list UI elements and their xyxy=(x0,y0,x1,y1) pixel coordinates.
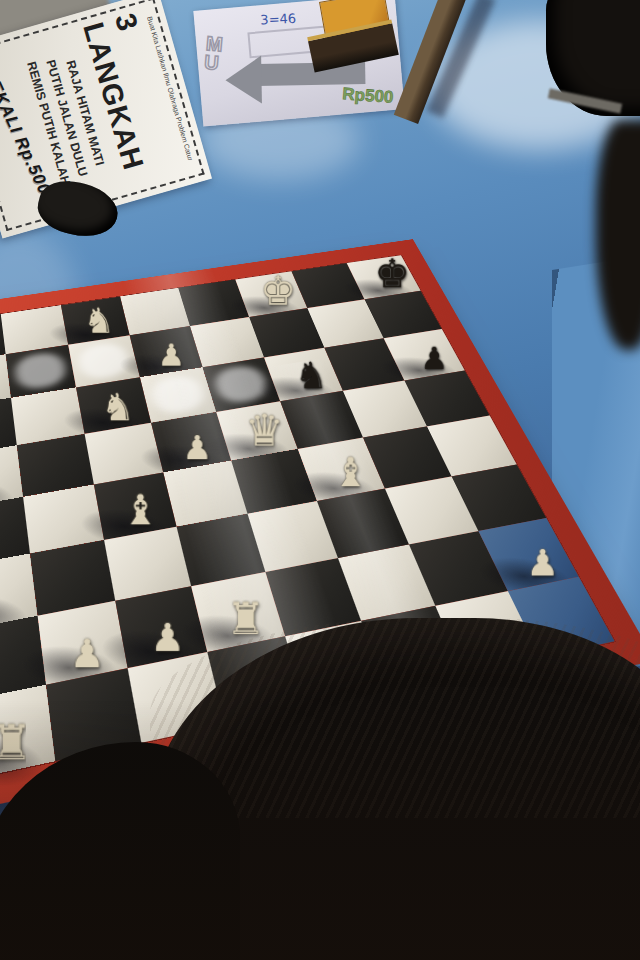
white-pawn-a5: ♟ xyxy=(0,467,2,501)
white-pawn-a3: ♟ xyxy=(0,583,15,621)
paper-price-text: Rp500 xyxy=(342,84,394,108)
white-pawn-c2: ♟ xyxy=(150,619,185,658)
square-d5: ♟ xyxy=(151,412,231,472)
square-b4 xyxy=(23,485,104,554)
white-pawn-d5: ♟ xyxy=(182,431,212,464)
square-f5 xyxy=(280,391,363,449)
white-queen-e5: ♛ xyxy=(244,409,283,453)
square-c6: ♞ xyxy=(76,377,151,434)
spectator-shoulder xyxy=(0,742,240,960)
left-arrow-icon xyxy=(257,62,365,86)
black-king-h8: ♚ xyxy=(374,254,409,293)
white-rook-d2: ♜ xyxy=(226,597,265,641)
left-arrow-icon xyxy=(225,56,262,105)
white-knight-c6: ♞ xyxy=(101,389,135,427)
square-c4: ♝ xyxy=(94,472,177,540)
white-pawn-d7: ♟ xyxy=(157,340,184,370)
white-pawn-h2: ♟ xyxy=(526,545,559,581)
white-knight-c8: ♞ xyxy=(83,303,114,338)
black-knight-f6: ♞ xyxy=(295,357,328,394)
square-b5 xyxy=(17,434,94,497)
square-e5: ♛ xyxy=(216,401,297,460)
square-c7 xyxy=(68,335,140,387)
white-bishop-c4: ♝ xyxy=(121,490,158,531)
white-pawn-b2: ♟ xyxy=(69,634,104,673)
white-bishop-f4: ♝ xyxy=(332,453,368,493)
white-king-f8: ♚ xyxy=(260,271,296,311)
white-rook-a1: ♜ xyxy=(0,719,33,767)
square-h7 xyxy=(364,291,441,339)
square-h2: ♟ xyxy=(478,518,578,591)
handwritten-note: 3=46 xyxy=(260,11,296,28)
street-chess-scene: Buat Kita Latihkan Ilmu Olahraga Problem… xyxy=(0,0,640,960)
black-pawn-h6: ♟ xyxy=(420,343,447,374)
square-g2 xyxy=(409,531,508,606)
